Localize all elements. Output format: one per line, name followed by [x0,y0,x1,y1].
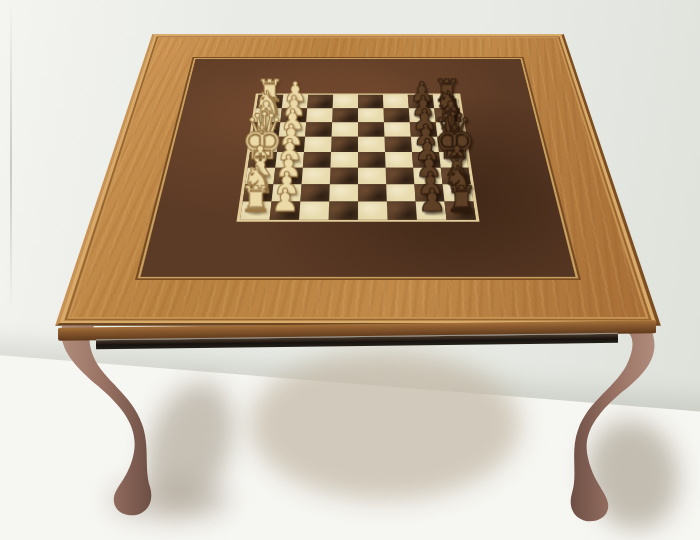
square-d4 [331,137,358,152]
square-b6 [383,108,409,122]
square-e5 [358,152,386,168]
white-pawn: ♟ [270,186,298,218]
square-h8: ♜ [444,202,475,220]
white-rook: ♜ [239,181,271,217]
square-c6 [384,122,411,137]
square-b5 [358,108,384,122]
square-g3 [300,184,329,201]
square-b3 [306,108,332,122]
square-h2: ♟ [270,202,301,220]
square-f6 [386,168,415,185]
square-h7: ♟ [416,202,447,220]
square-h1: ♜ [240,202,271,220]
black-pawn: ♟ [417,186,445,218]
table-scene: ♜♟♟♜♞♟♟♞♝♟♟♝♛♟♟♛♚♟♟♚♝♟♟♝♞♟♟♞♜♟♟♜ [0,0,700,540]
board-border-band: ♜♟♟♜♞♟♟♞♝♟♟♝♛♟♟♛♚♟♟♚♝♟♟♝♞♟♟♞♜♟♟♜ [140,59,575,277]
square-b4 [332,108,358,122]
square-a4 [333,95,358,108]
square-h3 [299,202,329,220]
square-g4 [329,184,358,201]
square-f3 [302,168,331,185]
square-g5 [358,184,387,201]
square-a5 [358,95,383,108]
square-e6 [385,152,413,168]
square-d6 [384,137,412,152]
square-h4 [329,202,358,220]
chess-table-photo: ♜♟♟♜♞♟♟♞♝♟♟♝♛♟♟♛♚♟♟♚♝♟♟♝♞♟♟♞♜♟♟♜ [0,0,700,540]
square-a6 [383,95,409,108]
square-c5 [358,122,384,137]
chess-board: ♜♟♟♜♞♟♟♞♝♟♟♝♛♟♟♛♚♟♟♚♝♟♟♝♞♟♟♞♜♟♟♜ [236,93,479,221]
square-d3 [304,137,332,152]
square-a3 [307,95,333,108]
square-f5 [358,168,386,185]
black-rook: ♜ [445,181,477,217]
square-h6 [387,202,417,220]
square-e4 [330,152,358,168]
square-f4 [330,168,358,185]
square-c3 [305,122,332,137]
table-frame: ♜♟♟♜♞♟♟♞♝♟♟♝♛♟♟♛♚♟♟♚♝♟♟♝♞♟♟♞♜♟♟♜ [55,34,661,326]
square-c4 [332,122,358,137]
square-d5 [358,137,385,152]
square-e3 [303,152,331,168]
table-top: ♜♟♟♜♞♟♟♞♝♟♟♝♛♟♟♛♚♟♟♚♝♟♟♝♞♟♟♞♜♟♟♜ [55,34,661,326]
square-h5 [358,202,387,220]
square-g6 [386,184,415,201]
